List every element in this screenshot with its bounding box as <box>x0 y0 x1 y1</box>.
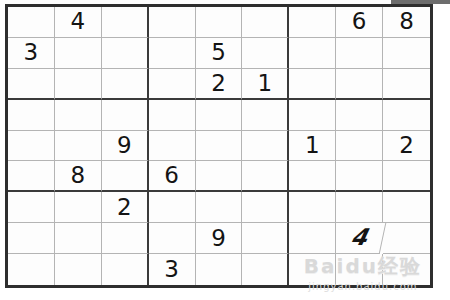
cell-r5c9[interactable]: 2 <box>383 131 430 162</box>
cell-r2c9[interactable] <box>383 38 430 69</box>
cell-r8c2[interactable] <box>55 223 102 254</box>
cell-r3c9[interactable] <box>383 69 430 100</box>
cell-r9c9[interactable] <box>383 254 430 285</box>
cell-r4c4[interactable] <box>149 100 196 131</box>
cell-r8c7[interactable] <box>289 223 336 254</box>
cell-r3c8[interactable] <box>336 69 383 100</box>
sudoku-board: 4683521912862943 <box>5 4 433 288</box>
cell-r5c2[interactable] <box>55 131 102 162</box>
cell-r2c3[interactable] <box>102 38 149 69</box>
cell-r2c2[interactable] <box>55 38 102 69</box>
cell-r3c3[interactable] <box>102 69 149 100</box>
cell-r7c1[interactable] <box>8 192 55 223</box>
cell-r7c5[interactable] <box>196 192 243 223</box>
cell-r8c9[interactable] <box>383 223 430 254</box>
cell-r1c3[interactable] <box>102 7 149 38</box>
cell-r6c2[interactable]: 8 <box>55 161 102 192</box>
cell-r1c8[interactable]: 6 <box>336 7 383 38</box>
sudoku-screenshot: 4683521912862943 Baidu经验 jingyan.baidu.c… <box>0 0 450 300</box>
cell-r7c6[interactable] <box>242 192 289 223</box>
cell-r1c4[interactable] <box>149 7 196 38</box>
cell-r1c2[interactable]: 4 <box>55 7 102 38</box>
cell-r1c7[interactable] <box>289 7 336 38</box>
cell-r9c2[interactable] <box>55 254 102 285</box>
cell-r3c6[interactable]: 1 <box>242 69 289 100</box>
cell-r9c5[interactable] <box>196 254 243 285</box>
cell-r9c3[interactable] <box>102 254 149 285</box>
cell-r6c1[interactable] <box>8 161 55 192</box>
cell-r7c4[interactable] <box>149 192 196 223</box>
cell-r4c2[interactable] <box>55 100 102 131</box>
cell-r6c9[interactable] <box>383 161 430 192</box>
cell-r7c9[interactable] <box>383 192 430 223</box>
cell-r3c5[interactable]: 2 <box>196 69 243 100</box>
cell-r2c4[interactable] <box>149 38 196 69</box>
cell-r9c4[interactable]: 3 <box>149 254 196 285</box>
cell-r7c3[interactable]: 2 <box>102 192 149 223</box>
cell-r2c5[interactable]: 5 <box>196 38 243 69</box>
cell-r5c6[interactable] <box>242 131 289 162</box>
cell-r5c1[interactable] <box>8 131 55 162</box>
cell-r1c1[interactable] <box>8 7 55 38</box>
cell-r4c5[interactable] <box>196 100 243 131</box>
cell-r5c5[interactable] <box>196 131 243 162</box>
cell-r5c8[interactable] <box>336 131 383 162</box>
cell-r1c6[interactable] <box>242 7 289 38</box>
cell-r6c3[interactable] <box>102 161 149 192</box>
cell-r4c3[interactable] <box>102 100 149 131</box>
cell-r6c5[interactable] <box>196 161 243 192</box>
cell-r3c1[interactable] <box>8 69 55 100</box>
cell-r6c7[interactable] <box>289 161 336 192</box>
cell-r3c4[interactable] <box>149 69 196 100</box>
cell-r8c6[interactable] <box>242 223 289 254</box>
cell-r9c7[interactable] <box>289 254 336 285</box>
cell-r5c4[interactable] <box>149 131 196 162</box>
cell-r9c6[interactable] <box>242 254 289 285</box>
cell-r7c2[interactable] <box>55 192 102 223</box>
cell-r8c1[interactable] <box>8 223 55 254</box>
cell-r9c8[interactable] <box>336 254 383 285</box>
cell-r9c1[interactable] <box>8 254 55 285</box>
cell-r6c6[interactable] <box>242 161 289 192</box>
cell-r7c7[interactable] <box>289 192 336 223</box>
cell-r4c8[interactable] <box>336 100 383 131</box>
cell-r4c6[interactable] <box>242 100 289 131</box>
cell-r8c8[interactable]: 4 <box>333 223 386 254</box>
cell-r7c8[interactable] <box>336 192 383 223</box>
cell-r2c8[interactable] <box>336 38 383 69</box>
cell-r2c6[interactable] <box>242 38 289 69</box>
cell-r6c4[interactable]: 6 <box>149 161 196 192</box>
cell-r6c8[interactable] <box>336 161 383 192</box>
cell-r2c1[interactable]: 3 <box>8 38 55 69</box>
cell-r1c5[interactable] <box>196 7 243 38</box>
cell-r4c7[interactable] <box>289 100 336 131</box>
cell-r8c4[interactable] <box>149 223 196 254</box>
cell-r5c7[interactable]: 1 <box>289 131 336 162</box>
cell-r4c9[interactable] <box>383 100 430 131</box>
cell-r8c5[interactable]: 9 <box>196 223 243 254</box>
cell-r3c7[interactable] <box>289 69 336 100</box>
cell-r1c9[interactable]: 8 <box>383 7 430 38</box>
cell-r8c3[interactable] <box>102 223 149 254</box>
cell-r5c3[interactable]: 9 <box>102 131 149 162</box>
cell-r4c1[interactable] <box>8 100 55 131</box>
cell-r2c7[interactable] <box>289 38 336 69</box>
cell-r3c2[interactable] <box>55 69 102 100</box>
